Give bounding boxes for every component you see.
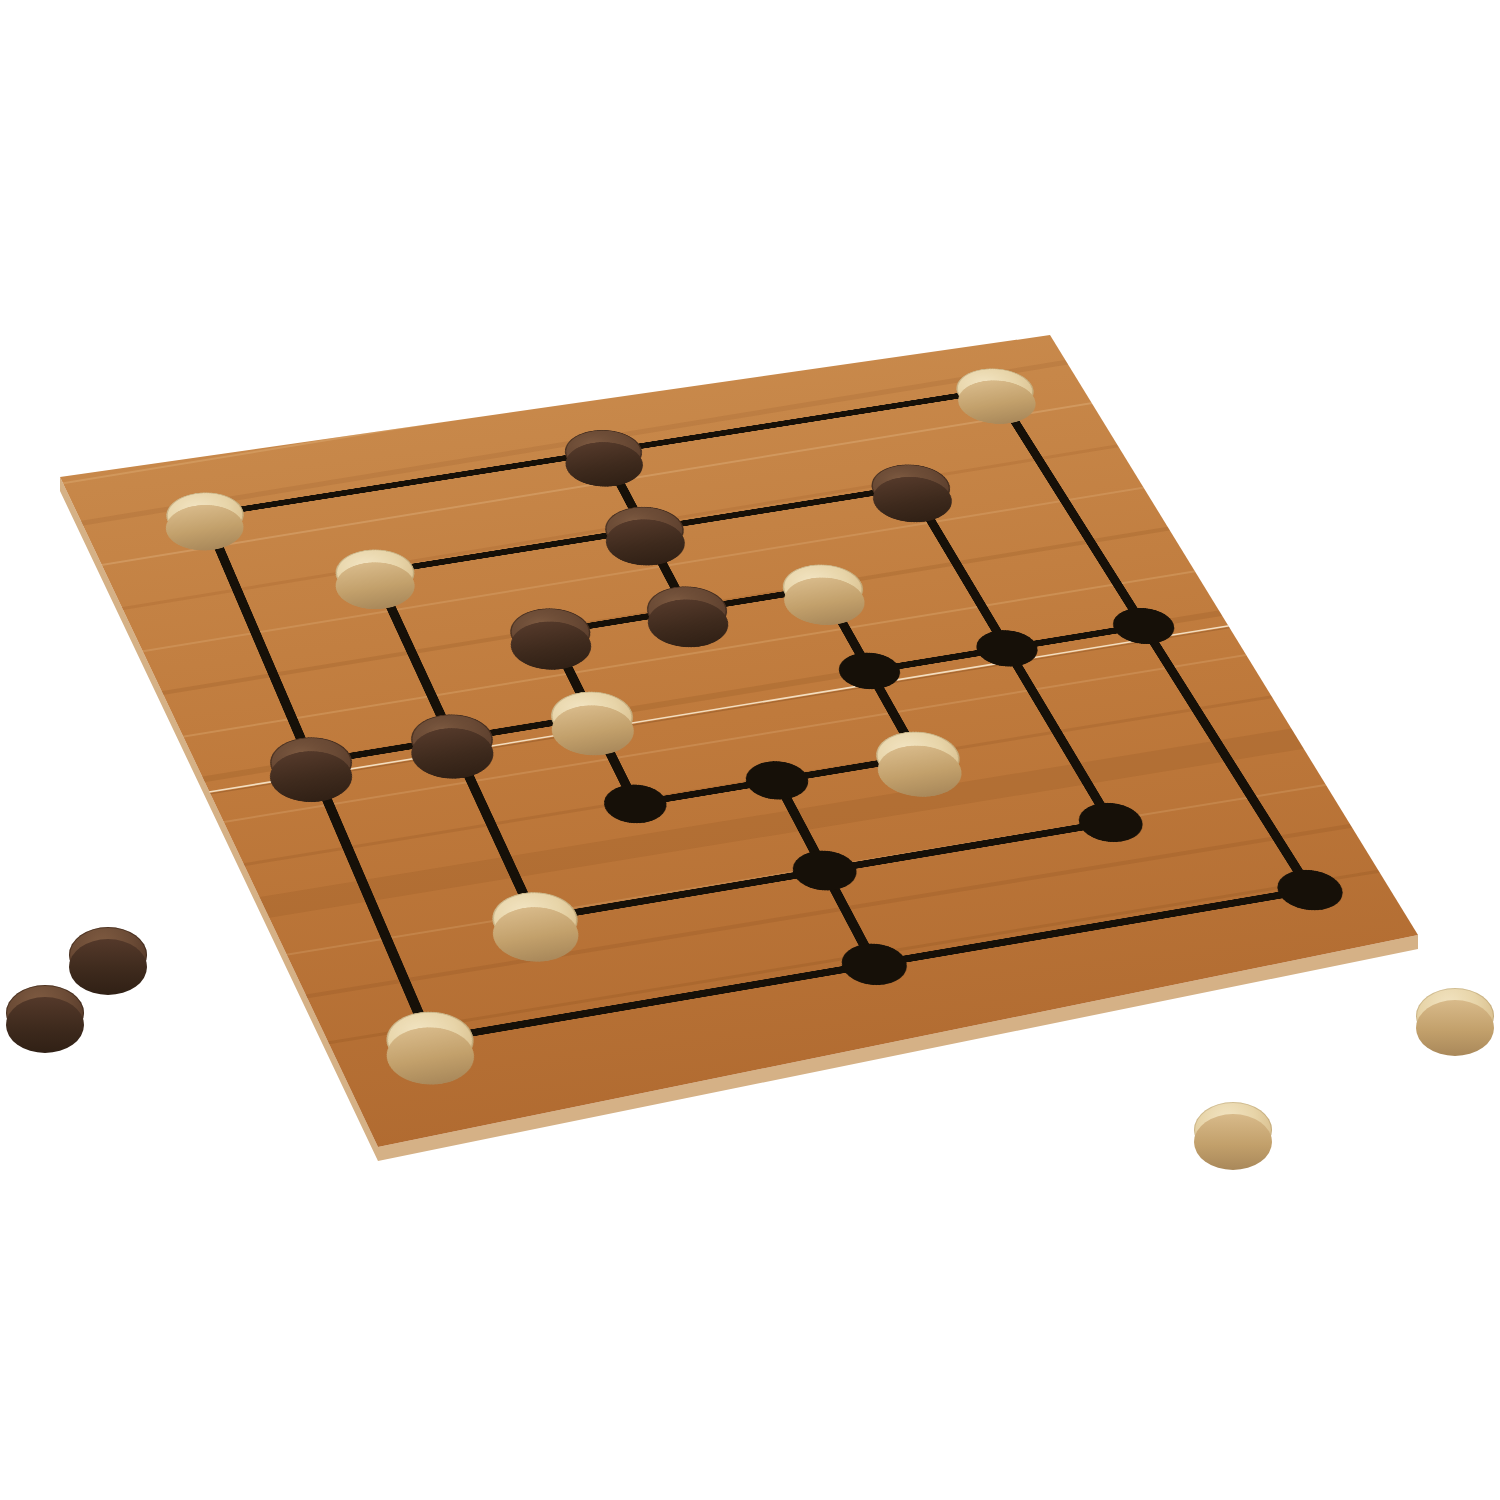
captured-black-piece-2[interactable]: [6, 985, 84, 1041]
white-piece-e3[interactable]: [865, 726, 971, 788]
white-piece-a1[interactable]: [377, 1006, 484, 1075]
white-piece-a7[interactable]: [158, 487, 252, 543]
white-piece-e5[interactable]: [772, 559, 873, 617]
black-piece-d7[interactable]: [555, 425, 651, 479]
black-piece-b4[interactable]: [402, 709, 503, 770]
black-piece-d5[interactable]: [637, 581, 738, 639]
captured-white-piece-4[interactable]: [1194, 1102, 1272, 1158]
black-piece-f6[interactable]: [861, 459, 961, 514]
captured-black-piece-1[interactable]: [69, 927, 147, 983]
white-piece-c4[interactable]: [541, 686, 643, 747]
white-piece-b2[interactable]: [482, 886, 588, 952]
black-piece-a4[interactable]: [261, 732, 361, 794]
white-piece-b6[interactable]: [327, 544, 424, 601]
captured-white-piece-3[interactable]: [1416, 988, 1494, 1044]
black-piece-c5[interactable]: [501, 603, 601, 662]
board-scene: [0, 0, 1500, 1500]
white-piece-g7[interactable]: [946, 364, 1045, 417]
black-piece-d6[interactable]: [595, 502, 693, 558]
